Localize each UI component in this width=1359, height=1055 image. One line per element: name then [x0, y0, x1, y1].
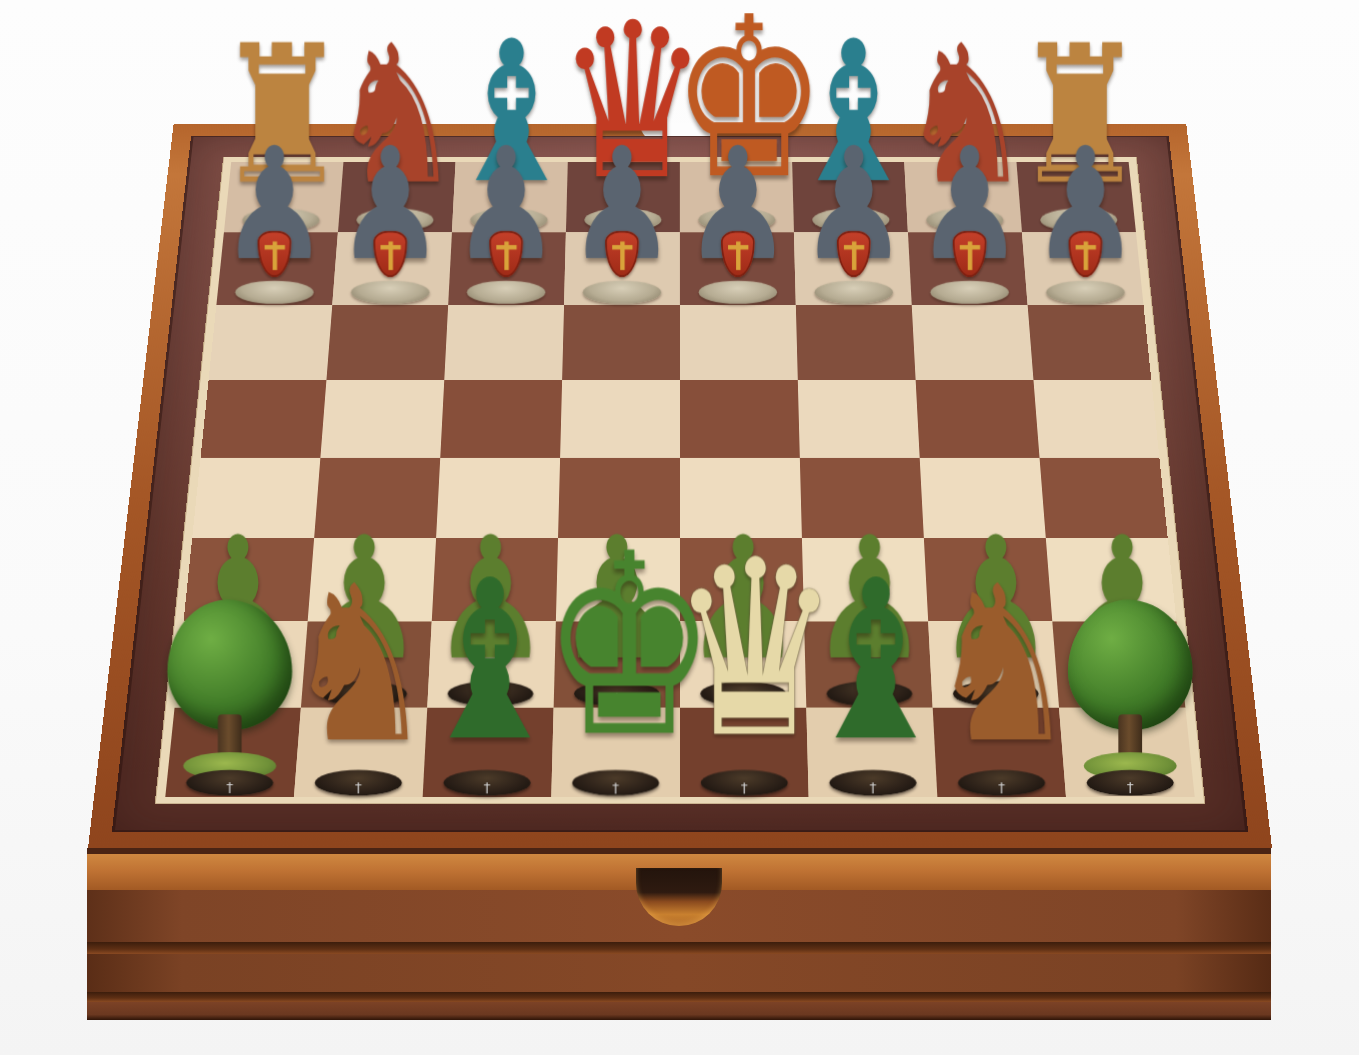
piece-white-friar-tuck-bishop: ♝†: [412, 563, 560, 796]
piece-base: †: [829, 770, 916, 796]
piece-base: [930, 281, 1008, 304]
square-a7: ♟: [216, 232, 338, 305]
square-b6: [326, 305, 448, 380]
piece-black-man-at-arms-pawn: ♟: [902, 140, 1036, 304]
square-a6: [208, 305, 332, 380]
piece-base: †: [314, 770, 401, 796]
piece-black-man-at-arms-pawn: ♟: [1018, 140, 1152, 304]
piece-white-outlaw-rider-knight: ♞†: [927, 568, 1075, 796]
piece-white-friar-tuck-bishop: ♝†: [798, 563, 946, 796]
square-c6: [444, 305, 564, 380]
piece-base: [814, 281, 892, 304]
square-e5: [680, 380, 800, 458]
piece-black-man-at-arms-pawn: ♟: [786, 140, 920, 304]
piece-base: [351, 281, 429, 304]
piece-black-man-at-arms-pawn: ♟: [555, 140, 689, 304]
base-cross-icon: †: [998, 781, 1005, 795]
piece-white-maid-marian-queen: ♛†: [670, 539, 818, 795]
piece-black-man-at-arms-pawn: ♟: [207, 140, 341, 304]
piece-glyph: ♛: [670, 529, 818, 772]
piece-base: †: [443, 770, 530, 796]
board-maple-border: ♜♞♝♛♚♝♞♜♟♟♟♟♟♟♟♟♟†♟†♟†♟†♟†♟†♟†♟††♞†♝†♚†♛…: [154, 157, 1205, 804]
square-b5: [320, 380, 444, 458]
chess-board-grid: ♜♞♝♛♚♝♞♜♟♟♟♟♟♟♟♟♟†♟†♟†♟†♟†♟†♟†♟††♞†♝†♚†♛…: [165, 162, 1194, 797]
square-g6: [911, 305, 1033, 380]
piece-base: [1046, 281, 1124, 304]
square-g5: [915, 380, 1039, 458]
board-margin: ♜♞♝♛♚♝♞♜♟♟♟♟♟♟♟♟♟†♟†♟†♟†♟†♟†♟†♟††♞†♝†♚†♛…: [111, 136, 1247, 833]
square-c7: ♟: [448, 232, 566, 305]
square-h6: [1027, 305, 1151, 380]
square-h5: [1033, 380, 1159, 458]
piece-glyph: ♞: [927, 557, 1075, 772]
square-c5: [440, 380, 562, 458]
box-base: [87, 1002, 1271, 1020]
piece-base: †: [572, 770, 659, 796]
square-e1: ♛†: [680, 708, 809, 797]
square-g7: ♟: [908, 232, 1028, 305]
box-top-face: ♜♞♝♛♚♝♞♜♟♟♟♟♟♟♟♟♟†♟†♟†♟†♟†♟†♟†♟††♞†♝†♚†♛…: [88, 124, 1272, 848]
piece-black-man-at-arms-pawn: ♟: [671, 140, 805, 304]
square-a5: [200, 380, 326, 458]
square-b7: ♟: [332, 232, 452, 305]
piece-white-sherwood-tree-rook: †: [1056, 554, 1204, 795]
piece-black-man-at-arms-pawn: ♟: [323, 140, 457, 304]
piece-glyph: ♚: [541, 521, 689, 772]
piece-black-man-at-arms-pawn: ♟: [439, 140, 573, 304]
box-front-face: [87, 848, 1271, 1020]
square-e6: [680, 305, 798, 380]
base-cross-icon: †: [869, 781, 876, 795]
piece-glyph: ♞: [284, 557, 432, 772]
piece-glyph: ♝: [412, 552, 560, 772]
square-f1: ♝†: [806, 708, 937, 797]
base-cross-icon: †: [354, 781, 361, 795]
piece-white-outlaw-rider-knight: ♞†: [284, 568, 432, 796]
piece-base: †: [1086, 770, 1173, 796]
box-lower-panel: [87, 954, 1271, 992]
piece-base: [582, 281, 660, 304]
piece-base: †: [186, 770, 273, 796]
square-g1: ♞†: [932, 708, 1065, 797]
base-cross-icon: †: [612, 781, 619, 795]
square-d1: ♚†: [551, 708, 680, 797]
piece-base: †: [958, 770, 1045, 796]
square-e7: ♟: [680, 232, 796, 305]
base-cross-icon: †: [1126, 781, 1133, 795]
square-f6: [795, 305, 915, 380]
base-cross-icon: †: [226, 781, 233, 795]
piece-white-robin-hood-king: ♚†: [541, 531, 689, 795]
square-d7: ♟: [564, 232, 680, 305]
square-h7: ♟: [1022, 232, 1144, 305]
base-cross-icon: †: [483, 781, 490, 795]
square-f5: [797, 380, 919, 458]
box-groove: [87, 992, 1271, 1002]
piece-base: [235, 281, 313, 304]
tree-canopy: [1067, 600, 1192, 731]
piece-white-sherwood-tree-rook: †: [155, 554, 303, 795]
piece-base: †: [700, 770, 787, 796]
square-b1: ♞†: [293, 708, 426, 797]
square-d5: [560, 380, 680, 458]
square-c1: ♝†: [422, 708, 553, 797]
piece-base: [698, 281, 776, 304]
square-f7: ♟: [794, 232, 912, 305]
box-groove: [87, 942, 1271, 954]
base-cross-icon: †: [740, 781, 747, 795]
tree-canopy: [167, 600, 292, 731]
piece-base: [466, 281, 544, 304]
photo-background: ♜♞♝♛♚♝♞♜♟♟♟♟♟♟♟♟♟†♟†♟†♟†♟†♟†♟†♟††♞†♝†♚†♛…: [0, 0, 1359, 1055]
square-a1: †: [165, 708, 301, 797]
square-h1: †: [1059, 708, 1195, 797]
piece-glyph: ♝: [798, 552, 946, 772]
square-d6: [562, 305, 680, 380]
